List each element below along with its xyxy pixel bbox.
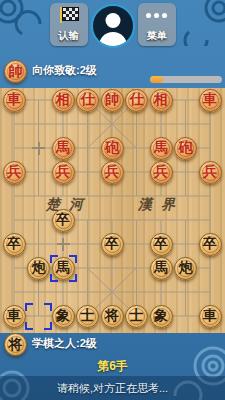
checkered-flag-icon [60, 7, 78, 23]
piece-black-c3r10[interactable]: 象 [52, 305, 75, 328]
top-player-name: 向你致敬:2级 [32, 63, 97, 78]
piece-black-c4r10[interactable]: 士 [76, 305, 99, 328]
top-player-piece-icon: 帥 [4, 60, 27, 83]
piece-black-c6r10[interactable]: 士 [125, 305, 148, 328]
piece-red-c3r4[interactable]: 兵 [52, 161, 75, 184]
piece-red-c3r1[interactable]: 相 [52, 89, 75, 112]
piece-red-c8r3[interactable]: 砲 [174, 137, 197, 160]
last-move-from-marker [25, 303, 52, 330]
resign-button-label: 认输 [59, 29, 79, 43]
piece-red-c9r4[interactable]: 兵 [199, 161, 222, 184]
board-layer-pieces: 車相仕帥仕相車馬砲馬砲兵兵兵兵兵卒卒卒卒卒炮馬馬炮車象士将士象車 [0, 88, 225, 333]
bottom-player-name: 学棋之人:2级 [32, 336, 97, 351]
piece-black-c5r7[interactable]: 卒 [101, 233, 124, 256]
piece-black-c5r10[interactable]: 将 [101, 305, 124, 328]
piece-red-c5r1[interactable]: 帥 [101, 89, 124, 112]
piece-black-c7r8[interactable]: 馬 [150, 257, 173, 280]
bottom-player-piece-icon: 将 [4, 333, 27, 356]
menu-button-label: 菜单 [147, 29, 167, 43]
piece-black-c3r8[interactable]: 馬 [52, 257, 75, 280]
point-marker [57, 238, 70, 251]
piece-black-c3r6[interactable]: 卒 [52, 209, 75, 232]
thinking-progress-fill [150, 76, 163, 83]
piece-red-c9r1[interactable]: 車 [199, 89, 222, 112]
piece-black-c1r10[interactable]: 車 [3, 305, 26, 328]
piece-black-c7r10[interactable]: 象 [150, 305, 173, 328]
piece-red-c6r1[interactable]: 仕 [125, 89, 148, 112]
thinking-progress-bar [150, 76, 222, 83]
piece-red-c5r3[interactable]: 砲 [101, 137, 124, 160]
piece-red-c7r4[interactable]: 兵 [150, 161, 173, 184]
point-marker [32, 142, 45, 155]
piece-black-c8r8[interactable]: 炮 [174, 257, 197, 280]
piece-red-c3r3[interactable]: 馬 [52, 137, 75, 160]
status-bar: 请稍候,对方正在思考... [0, 376, 225, 400]
piece-red-c1r4[interactable]: 兵 [3, 161, 26, 184]
piece-red-c7r3[interactable]: 馬 [150, 137, 173, 160]
piece-red-c1r1[interactable]: 車 [3, 89, 26, 112]
piece-black-c9r10[interactable]: 車 [199, 305, 222, 328]
board[interactable]: 楚河 漢界 車相仕帥仕相車馬砲馬砲兵兵兵兵兵卒卒卒卒卒炮馬馬炮車象士将士象車 [0, 88, 225, 333]
status-message: 请稍候,对方正在思考... [57, 381, 168, 396]
top-bar: 认输 菜单 [0, 0, 225, 55]
move-number-label: 第6手 [0, 358, 225, 375]
menu-button[interactable]: 菜单 [138, 3, 176, 46]
piece-black-c9r7[interactable]: 卒 [199, 233, 222, 256]
piece-black-c7r7[interactable]: 卒 [150, 233, 173, 256]
piece-red-c5r4[interactable]: 兵 [101, 161, 124, 184]
xiangqi-app: 认输 菜单 帥 向你致敬:2级 楚河 漢界 車相仕帥仕相車馬砲馬砲兵兵兵兵兵卒卒… [0, 0, 225, 400]
resign-button[interactable]: 认输 [50, 3, 88, 46]
piece-black-c1r7[interactable]: 卒 [3, 233, 26, 256]
piece-red-c7r1[interactable]: 相 [150, 89, 173, 112]
ellipsis-icon [146, 7, 167, 23]
profile-avatar-button[interactable] [91, 4, 135, 48]
piece-red-c4r1[interactable]: 仕 [76, 89, 99, 112]
person-icon [105, 13, 120, 28]
piece-black-c2r8[interactable]: 炮 [27, 257, 50, 280]
